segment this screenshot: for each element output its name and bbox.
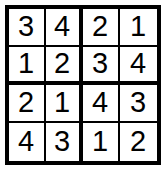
cell-r1c3[interactable]: 2	[83, 9, 120, 47]
sudoku-board: 3 4 2 1 1 2 3 4 2 1 4 3 4 3 1 2	[5, 5, 161, 165]
cell-digit: 1	[130, 12, 146, 41]
cell-r4c2[interactable]: 3	[46, 123, 83, 161]
cell-r2c3[interactable]: 3	[83, 47, 120, 85]
cell-r1c2[interactable]: 4	[46, 9, 83, 47]
cell-r1c4[interactable]: 1	[120, 9, 157, 47]
cell-r3c4[interactable]: 3	[120, 85, 157, 123]
cell-digit: 4	[92, 88, 108, 117]
cell-r3c2[interactable]: 1	[46, 85, 83, 123]
cell-digit: 1	[92, 127, 108, 156]
cell-r2c1[interactable]: 1	[9, 47, 46, 85]
cell-r1c1[interactable]: 3	[9, 9, 46, 47]
cell-digit: 2	[92, 12, 108, 41]
cell-digit: 1	[18, 49, 34, 78]
cell-digit: 4	[130, 49, 146, 78]
cell-r2c2[interactable]: 2	[46, 47, 83, 85]
cell-digit: 3	[18, 12, 34, 41]
cell-digit: 4	[18, 127, 34, 156]
cell-r2c4[interactable]: 4	[120, 47, 157, 85]
cell-r3c1[interactable]: 2	[9, 85, 46, 123]
cell-digit: 1	[54, 88, 70, 117]
page: 3 4 2 1 1 2 3 4 2 1 4 3 4 3 1 2	[0, 0, 165, 169]
cell-digit: 3	[92, 49, 108, 78]
cell-r4c1[interactable]: 4	[9, 123, 46, 161]
cell-r4c3[interactable]: 1	[83, 123, 120, 161]
cell-r3c3[interactable]: 4	[83, 85, 120, 123]
cell-r4c4[interactable]: 2	[120, 123, 157, 161]
cell-digit: 4	[54, 12, 70, 41]
cell-digit: 2	[54, 49, 70, 78]
cell-digit: 3	[54, 127, 70, 156]
cell-digit: 2	[18, 88, 34, 117]
cell-digit: 2	[130, 127, 146, 156]
cell-digit: 3	[130, 88, 146, 117]
